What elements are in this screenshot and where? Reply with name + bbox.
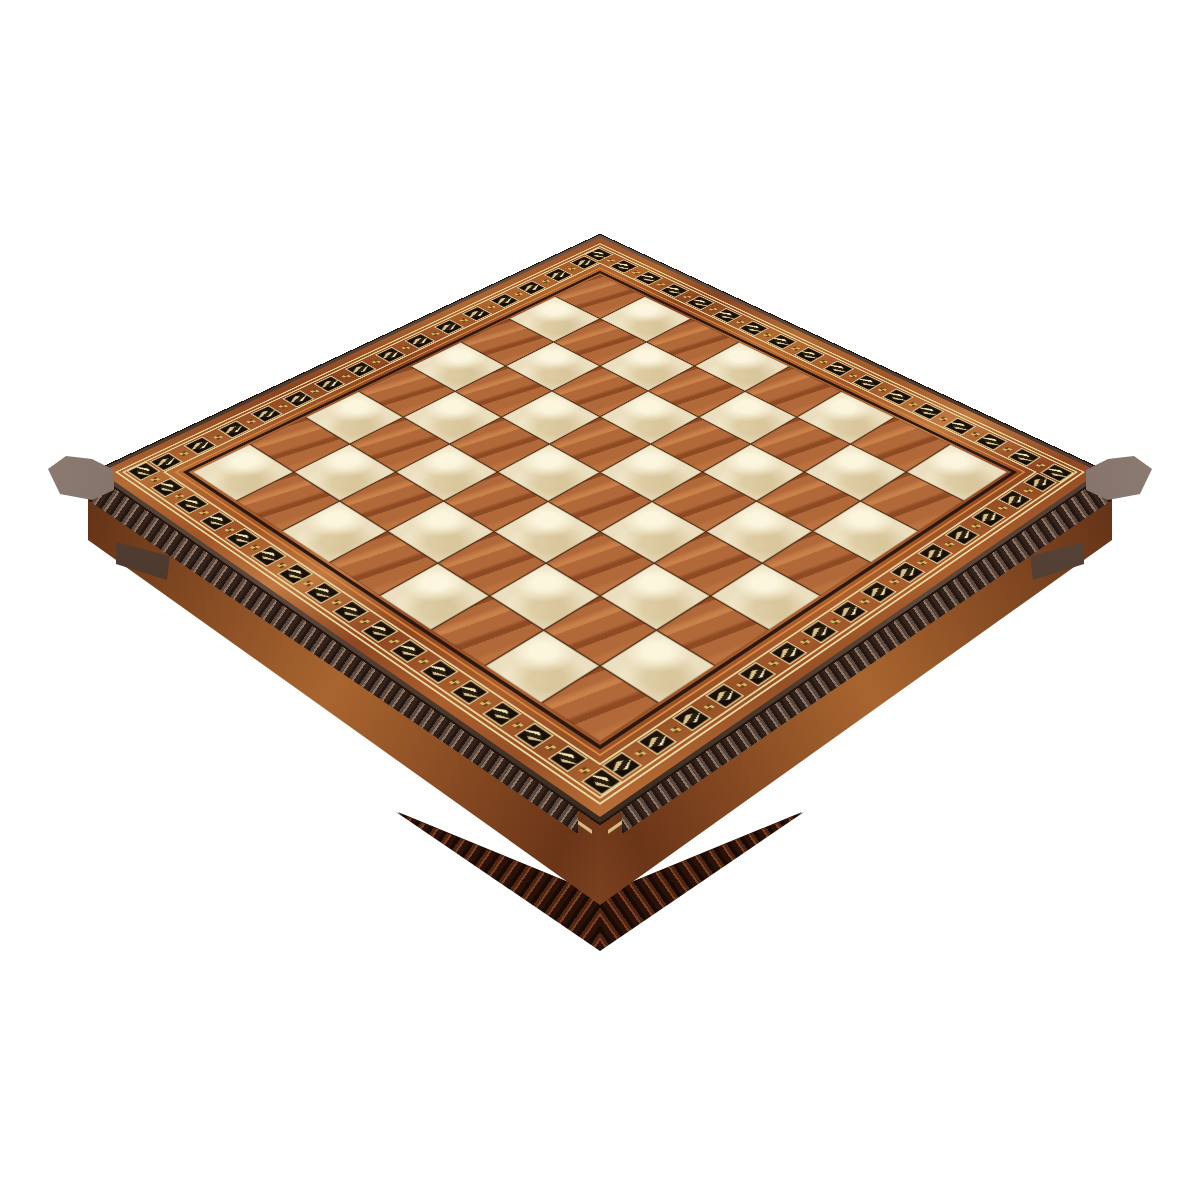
inlay-diamond — [366, 622, 393, 639]
inlay-diamond — [643, 732, 672, 751]
inlay-diamond — [775, 644, 802, 661]
inlay-diamond — [677, 709, 706, 728]
inlay-diamond — [204, 513, 229, 528]
inlay-diamond — [894, 564, 920, 580]
board-top-surface — [91, 234, 1109, 826]
inlay-diamond — [836, 603, 862, 620]
inlay-diamond — [553, 748, 582, 768]
chessboard-photo-stage — [0, 0, 1200, 1200]
inlay-diamond — [456, 683, 484, 701]
inlay-diamond — [487, 704, 516, 723]
inlay-diamond — [743, 665, 771, 683]
inlay-diamond — [588, 250, 609, 260]
inlay-diamond — [950, 528, 975, 543]
inlay-diamond — [1028, 475, 1052, 489]
inlay-diamond — [310, 584, 336, 600]
inlay-diamond — [425, 662, 453, 680]
inlay-diamond — [1003, 492, 1027, 506]
chess-board-grid — [193, 275, 1008, 742]
inlay-diamond — [230, 531, 255, 546]
inlay-diamond — [607, 755, 637, 775]
inlay-diamond — [922, 546, 947, 561]
inlay-diamond — [132, 464, 156, 478]
perspective-scene — [0, 0, 1200, 1200]
inlay-diamond — [395, 642, 422, 659]
inlay-diamond — [256, 548, 281, 563]
inlay-diamond — [711, 687, 739, 705]
inlay-diamond — [180, 497, 204, 511]
inlay-diamond — [977, 510, 1002, 525]
inlay-diamond — [520, 726, 549, 745]
inlay-diamond — [866, 584, 892, 600]
inlay-diamond — [155, 480, 179, 494]
inlay-diamond — [282, 566, 308, 582]
inlay-diamond — [337, 603, 363, 620]
inlay-diamond — [806, 623, 833, 640]
